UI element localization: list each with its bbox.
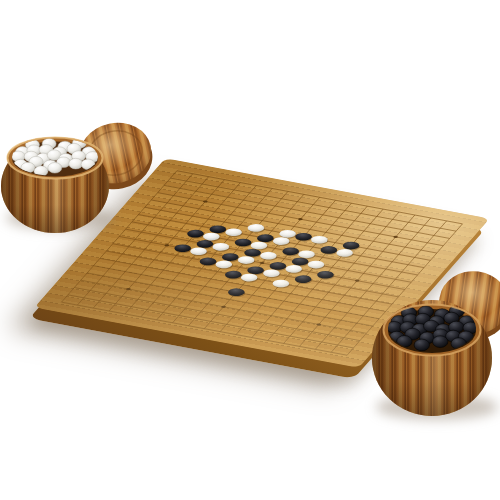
star-points [125,200,398,326]
black-stone-bowl [368,292,500,418]
white-stone-bowl [0,132,118,234]
go-set-product-photo [0,0,500,500]
